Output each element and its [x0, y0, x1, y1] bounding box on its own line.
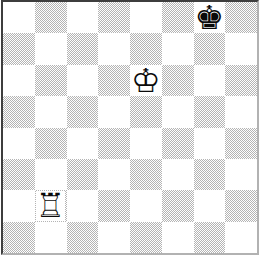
square-d7[interactable]	[98, 33, 130, 64]
square-b1[interactable]	[35, 222, 67, 253]
square-d3[interactable]	[98, 159, 130, 190]
square-e7[interactable]	[130, 33, 162, 64]
square-g3[interactable]	[194, 159, 226, 190]
square-h8[interactable]	[225, 2, 257, 33]
square-e6[interactable]: ♔	[130, 65, 162, 96]
square-e5[interactable]	[130, 96, 162, 127]
square-a3[interactable]	[3, 159, 35, 190]
square-h6[interactable]	[225, 65, 257, 96]
square-d8[interactable]	[98, 2, 130, 33]
square-h1[interactable]	[225, 222, 257, 253]
square-f4[interactable]	[162, 128, 194, 159]
square-d2[interactable]	[98, 190, 130, 221]
square-e1[interactable]	[130, 222, 162, 253]
square-f3[interactable]	[162, 159, 194, 190]
square-d6[interactable]	[98, 65, 130, 96]
piece-black-king[interactable]: ♚	[195, 3, 224, 33]
square-b4[interactable]	[35, 128, 67, 159]
chess-board: ♚♔♖	[3, 2, 257, 253]
square-b3[interactable]	[35, 159, 67, 190]
square-f1[interactable]	[162, 222, 194, 253]
square-h7[interactable]	[225, 33, 257, 64]
square-e3[interactable]	[130, 159, 162, 190]
square-f5[interactable]	[162, 96, 194, 127]
square-f2[interactable]	[162, 190, 194, 221]
square-c7[interactable]	[67, 33, 99, 64]
square-g8[interactable]: ♚	[194, 2, 226, 33]
square-f6[interactable]	[162, 65, 194, 96]
square-a8[interactable]	[3, 2, 35, 33]
square-b2[interactable]: ♖	[35, 190, 67, 221]
square-c3[interactable]	[67, 159, 99, 190]
square-c8[interactable]	[67, 2, 99, 33]
square-d1[interactable]	[98, 222, 130, 253]
square-c6[interactable]	[67, 65, 99, 96]
square-g6[interactable]	[194, 65, 226, 96]
square-b6[interactable]	[35, 65, 67, 96]
square-g2[interactable]	[194, 190, 226, 221]
square-b5[interactable]	[35, 96, 67, 127]
square-f8[interactable]	[162, 2, 194, 33]
square-h4[interactable]	[225, 128, 257, 159]
square-a6[interactable]	[3, 65, 35, 96]
square-d5[interactable]	[98, 96, 130, 127]
square-d4[interactable]	[98, 128, 130, 159]
square-g1[interactable]	[194, 222, 226, 253]
piece-white-king[interactable]: ♔	[131, 65, 160, 95]
square-c5[interactable]	[67, 96, 99, 127]
square-a5[interactable]	[3, 96, 35, 127]
board-frame: ♚♔♖	[1, 0, 259, 255]
square-h3[interactable]	[225, 159, 257, 190]
square-a4[interactable]	[3, 128, 35, 159]
chess-diagram: ♚♔♖	[0, 0, 261, 257]
square-e2[interactable]	[130, 190, 162, 221]
square-b7[interactable]	[35, 33, 67, 64]
square-e4[interactable]	[130, 128, 162, 159]
square-c1[interactable]	[67, 222, 99, 253]
square-b8[interactable]	[35, 2, 67, 33]
square-g4[interactable]	[194, 128, 226, 159]
square-a1[interactable]	[3, 222, 35, 253]
square-h5[interactable]	[225, 96, 257, 127]
square-c4[interactable]	[67, 128, 99, 159]
square-e8[interactable]	[130, 2, 162, 33]
square-a7[interactable]	[3, 33, 35, 64]
square-a2[interactable]	[3, 190, 35, 221]
square-g5[interactable]	[194, 96, 226, 127]
square-h2[interactable]	[225, 190, 257, 221]
piece-white-rook[interactable]: ♖	[36, 191, 65, 221]
square-f7[interactable]	[162, 33, 194, 64]
square-c2[interactable]	[67, 190, 99, 221]
square-g7[interactable]	[194, 33, 226, 64]
